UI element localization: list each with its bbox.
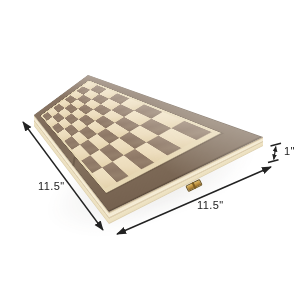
depth-dimension-line (23, 122, 103, 230)
thickness-bottom-cap (268, 160, 279, 163)
depth-dimension-label: 11.5" (38, 180, 65, 192)
thickness-dimension-label: 1" (284, 145, 295, 157)
width-dimension-line (117, 167, 271, 234)
dimension-annotations (0, 0, 300, 300)
thickness-top-cap (271, 143, 282, 146)
product-photo: 11.5" 11.5" 1" (0, 0, 300, 300)
width-dimension-label: 11.5" (197, 199, 224, 211)
thickness-dimension-line (274, 147, 276, 160)
